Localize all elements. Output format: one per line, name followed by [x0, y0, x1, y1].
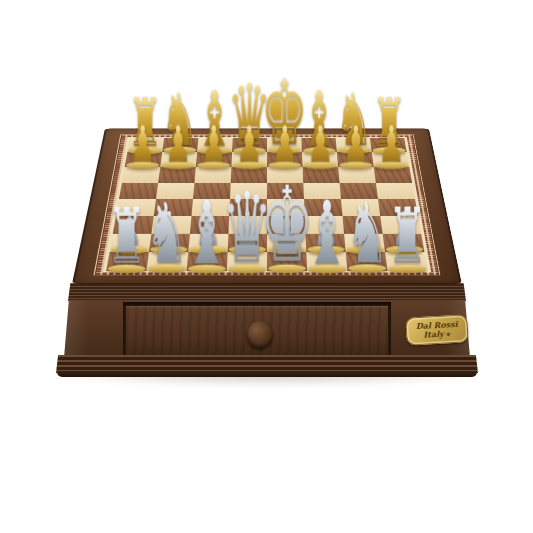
chess-set-photo: Dal Rossi Italy⚜ ♜♞♝♛♚♝♞♜♟♟♟♟♟♟♟♟♟♟♟♟♟♟♟… [0, 0, 533, 533]
square-c7 [196, 152, 232, 167]
square-g7 [337, 152, 374, 167]
board-3d: ♜♞♝♛♚♝♞♜♟♟♟♟♟♟♟♟♟♟♟♟♟♟♟♟♜♞♝♛♚♝♞♜ [72, 128, 462, 283]
drawer-knob [247, 321, 273, 348]
square-c8 [197, 138, 233, 152]
square-h6 [374, 167, 412, 183]
square-a7 [125, 152, 163, 167]
square-b6 [158, 167, 196, 183]
square-g8 [336, 138, 372, 152]
square-e8 [267, 138, 302, 152]
base-foot [57, 371, 477, 377]
square-d8 [232, 138, 267, 152]
silver-knight-b1: ♞ [119, 200, 214, 269]
square-a8 [127, 138, 164, 152]
square-b8 [162, 138, 198, 152]
square-g6 [338, 167, 376, 183]
silver-knight-g1: ♞ [320, 200, 415, 269]
square-b7 [160, 152, 197, 167]
piece-cell-g1: ♞ [346, 252, 388, 271]
square-f8 [301, 138, 337, 152]
piece-cell-b1: ♞ [146, 252, 188, 271]
brand-plaque: Dal Rossi Italy⚜ [405, 314, 468, 345]
brand-line2: Italy⚜ [423, 329, 451, 339]
square-a6 [122, 167, 160, 183]
crest-icon: ⚜ [445, 330, 451, 337]
square-h8 [370, 138, 407, 152]
square-h7 [372, 152, 410, 167]
piece-cell-e1: ♚ [267, 252, 307, 271]
